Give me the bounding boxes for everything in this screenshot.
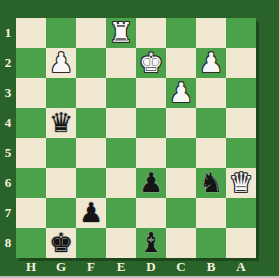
white-pawn-c3[interactable]: ♟ <box>166 78 196 108</box>
square-h8[interactable] <box>16 228 46 258</box>
square-e2[interactable] <box>106 48 136 78</box>
square-f4[interactable] <box>76 108 106 138</box>
file-label-g: G <box>46 258 76 278</box>
square-b8[interactable] <box>196 228 226 258</box>
rank-label-5: 5 <box>0 138 16 168</box>
square-d4[interactable] <box>136 108 166 138</box>
black-queen-g4[interactable]: ♛ <box>46 108 76 138</box>
white-pawn-g2[interactable]: ♟ <box>46 48 76 78</box>
square-c1[interactable] <box>166 18 196 48</box>
square-d6[interactable]: ♟ <box>136 168 166 198</box>
square-b3[interactable] <box>196 78 226 108</box>
white-queen-a6[interactable]: ♛ <box>226 168 256 198</box>
square-f3[interactable] <box>76 78 106 108</box>
rank-label-3: 3 <box>0 78 16 108</box>
square-f7[interactable]: ♟ <box>76 198 106 228</box>
square-h5[interactable] <box>16 138 46 168</box>
square-c7[interactable] <box>166 198 196 228</box>
square-c8[interactable] <box>166 228 196 258</box>
file-label-f: F <box>76 258 106 278</box>
square-g8[interactable]: ♚ <box>46 228 76 258</box>
file-label-a: A <box>226 258 256 278</box>
square-h4[interactable] <box>16 108 46 138</box>
square-c4[interactable] <box>166 108 196 138</box>
black-knight-b6[interactable]: ♞ <box>196 168 226 198</box>
square-g5[interactable] <box>46 138 76 168</box>
square-a5[interactable] <box>226 138 256 168</box>
square-e3[interactable] <box>106 78 136 108</box>
square-h3[interactable] <box>16 78 46 108</box>
white-pawn-b2[interactable]: ♟ <box>196 48 226 78</box>
file-label-b: B <box>196 258 226 278</box>
square-e5[interactable] <box>106 138 136 168</box>
rank-label-7: 7 <box>0 198 16 228</box>
square-c6[interactable] <box>166 168 196 198</box>
square-d7[interactable] <box>136 198 166 228</box>
square-b6[interactable]: ♞ <box>196 168 226 198</box>
rank-label-6: 6 <box>0 168 16 198</box>
square-a1[interactable] <box>226 18 256 48</box>
square-f5[interactable] <box>76 138 106 168</box>
square-h1[interactable] <box>16 18 46 48</box>
black-king-g8[interactable]: ♚ <box>46 228 76 258</box>
square-f6[interactable] <box>76 168 106 198</box>
square-b2[interactable]: ♟ <box>196 48 226 78</box>
square-h2[interactable] <box>16 48 46 78</box>
white-rook-e1[interactable]: ♜ <box>106 18 136 48</box>
rank-label-1: 1 <box>0 18 16 48</box>
square-g4[interactable]: ♛ <box>46 108 76 138</box>
square-a2[interactable] <box>226 48 256 78</box>
square-b7[interactable] <box>196 198 226 228</box>
square-e6[interactable] <box>106 168 136 198</box>
square-c2[interactable] <box>166 48 196 78</box>
square-d5[interactable] <box>136 138 166 168</box>
square-g3[interactable] <box>46 78 76 108</box>
square-h6[interactable] <box>16 168 46 198</box>
square-d8[interactable]: ♝ <box>136 228 166 258</box>
square-a8[interactable] <box>226 228 256 258</box>
square-e8[interactable] <box>106 228 136 258</box>
square-e7[interactable] <box>106 198 136 228</box>
white-king-d2[interactable]: ♚ <box>136 48 166 78</box>
square-g7[interactable] <box>46 198 76 228</box>
square-a4[interactable] <box>226 108 256 138</box>
file-label-e: E <box>106 258 136 278</box>
file-label-d: D <box>136 258 166 278</box>
square-c3[interactable]: ♟ <box>166 78 196 108</box>
black-pawn-f7[interactable]: ♟ <box>76 198 106 228</box>
file-label-h: H <box>16 258 46 278</box>
square-g2[interactable]: ♟ <box>46 48 76 78</box>
square-a3[interactable] <box>226 78 256 108</box>
square-g1[interactable] <box>46 18 76 48</box>
square-f1[interactable] <box>76 18 106 48</box>
rank-label-2: 2 <box>0 48 16 78</box>
square-h7[interactable] <box>16 198 46 228</box>
square-a7[interactable] <box>226 198 256 228</box>
square-g6[interactable] <box>46 168 76 198</box>
black-pawn-d6[interactable]: ♟ <box>136 168 166 198</box>
rank-label-8: 8 <box>0 228 16 258</box>
square-b5[interactable] <box>196 138 226 168</box>
square-d3[interactable] <box>136 78 166 108</box>
file-label-c: C <box>166 258 196 278</box>
square-c5[interactable] <box>166 138 196 168</box>
black-bishop-d8[interactable]: ♝ <box>136 228 166 258</box>
chess-board-frame: ♜♟♚♟♟♛♟♞♛♟♚♝ 12345678 HGFEDCBA <box>0 0 279 278</box>
square-e4[interactable] <box>106 108 136 138</box>
square-d1[interactable] <box>136 18 166 48</box>
square-b1[interactable] <box>196 18 226 48</box>
square-f8[interactable] <box>76 228 106 258</box>
square-b4[interactable] <box>196 108 226 138</box>
square-e1[interactable]: ♜ <box>106 18 136 48</box>
rank-label-4: 4 <box>0 108 16 138</box>
chess-board: ♜♟♚♟♟♛♟♞♛♟♚♝ <box>16 18 256 258</box>
square-d2[interactable]: ♚ <box>136 48 166 78</box>
square-f2[interactable] <box>76 48 106 78</box>
square-a6[interactable]: ♛ <box>226 168 256 198</box>
